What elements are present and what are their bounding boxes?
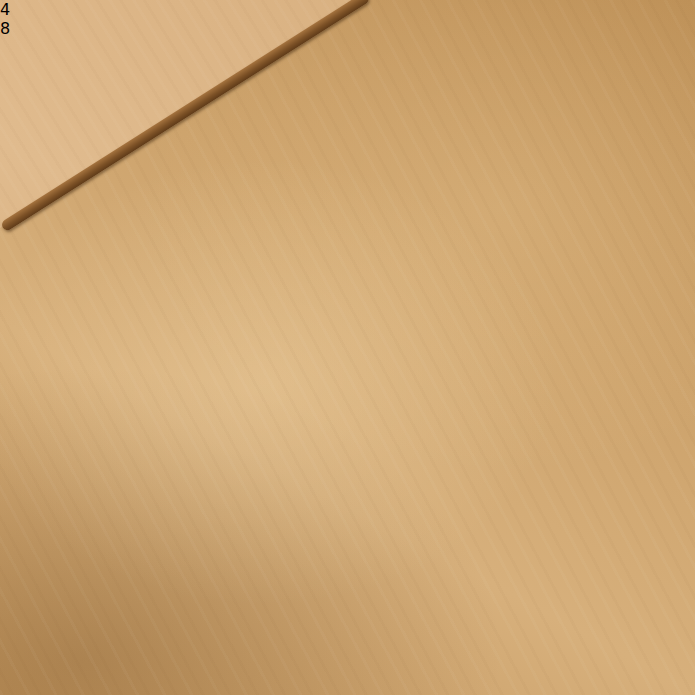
checker-dark[interactable] bbox=[55, 642, 151, 695]
die-white-1[interactable] bbox=[0, 150, 84, 240]
checker-light[interactable] bbox=[0, 364, 62, 462]
backgammon-photo-scene: 4 8 bbox=[0, 0, 695, 695]
die-white-2[interactable] bbox=[0, 234, 74, 313]
die-brown-2[interactable] bbox=[0, 71, 81, 159]
checker-light[interactable] bbox=[613, 0, 695, 46]
